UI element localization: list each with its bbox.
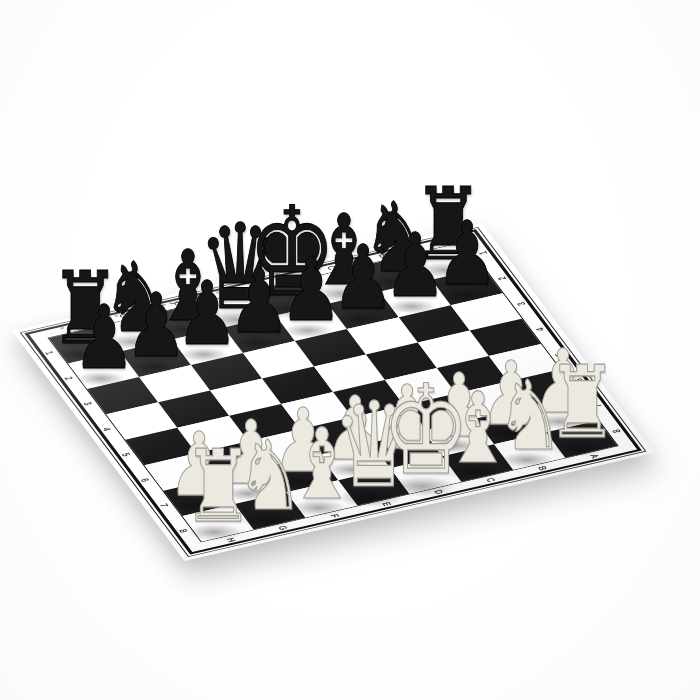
rank-label-left-7: 7 — [155, 501, 174, 511]
file-label-bottom-B: B — [533, 463, 552, 473]
rank-label-right-5: 5 — [550, 350, 569, 360]
file-label-bottom-C: C — [481, 475, 500, 485]
file-label-bottom-D: D — [429, 487, 448, 497]
rank-label-right-6: 6 — [569, 375, 588, 385]
file-label-bottom-A: A — [585, 451, 604, 461]
rank-label-left-5: 5 — [117, 450, 136, 460]
rank-label-right-8: 8 — [607, 426, 626, 436]
rank-label-right-4: 4 — [531, 324, 550, 334]
rank-label-left-4: 4 — [98, 424, 117, 434]
rank-label-left-2: 2 — [59, 373, 78, 383]
rank-label-left-3: 3 — [78, 399, 97, 409]
rank-label-right-2: 2 — [493, 274, 512, 284]
rank-label-right-3: 3 — [512, 299, 531, 309]
file-label-bottom-E: E — [377, 499, 396, 509]
rank-label-left-6: 6 — [136, 475, 155, 485]
file-label-bottom-F: F — [326, 511, 345, 521]
photo-stage: HH11GG22FF33EE44DD55CC66BB77AA88 ♜♞♝♛♚♝♞… — [0, 0, 700, 700]
rank-label-right-7: 7 — [588, 401, 607, 411]
rank-label-left-8: 8 — [174, 526, 193, 536]
chess-board-grid — [49, 242, 617, 541]
rank-label-right-1: 1 — [474, 248, 493, 258]
board-sheet: HH11GG22FF33EE44DD55CC66BB77AA88 — [12, 223, 654, 561]
rank-label-left-1: 1 — [40, 348, 59, 358]
file-label-bottom-G: G — [274, 523, 293, 533]
file-label-bottom-H: H — [222, 535, 241, 545]
